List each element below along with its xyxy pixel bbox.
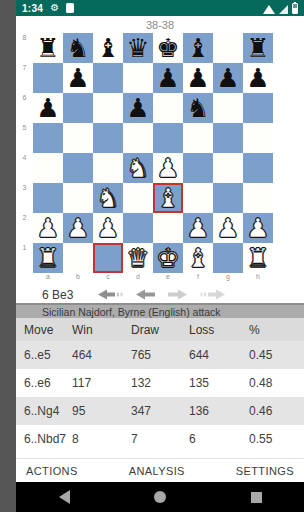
square-h5[interactable]: [243, 123, 273, 153]
table-cell: 6..e6: [16, 376, 64, 390]
square-a1[interactable]: ♜: [33, 243, 63, 273]
black-rook-piece: ♜: [36, 33, 59, 63]
rank-label-3: 3: [16, 183, 33, 213]
wifi-icon: [263, 5, 275, 14]
android-nav-bar: [16, 482, 304, 512]
square-g3[interactable]: [213, 183, 243, 213]
file-label-f: f: [183, 273, 213, 286]
clock-text: 1:34: [22, 3, 43, 14]
square-h7[interactable]: ♟: [243, 63, 273, 93]
white-pawn-piece: ♟: [186, 213, 209, 243]
white-knight-piece: ♞: [126, 153, 149, 183]
rank-label-1: 1: [16, 243, 33, 273]
column-header-loss: Loss: [181, 323, 241, 337]
status-bar-right: [263, 3, 298, 14]
rank-label-8: 8: [16, 33, 33, 63]
square-d1[interactable]: ♛: [123, 243, 153, 273]
black-knight-piece: ♞: [66, 33, 89, 63]
white-pawn-piece: ♟: [36, 213, 59, 243]
table-cell: 7: [123, 432, 181, 446]
square-c4[interactable]: [93, 153, 123, 183]
square-g6[interactable]: [213, 93, 243, 123]
white-pawn-piece: ♟: [216, 213, 239, 243]
square-b1[interactable]: [63, 243, 93, 273]
square-d3[interactable]: [123, 183, 153, 213]
table-cell: 644: [181, 348, 241, 362]
black-pawn-piece: ♟: [66, 63, 89, 93]
file-label-e: e: [153, 273, 183, 286]
last-move-button[interactable]: [200, 289, 225, 300]
square-g7[interactable]: ♟: [213, 63, 243, 93]
square-e7[interactable]: ♟: [153, 63, 183, 93]
table-cell: 765: [123, 348, 181, 362]
stats-header: MoveWinDrawLoss%: [16, 318, 304, 341]
table-cell: 132: [123, 376, 181, 390]
square-e4[interactable]: ♟: [153, 153, 183, 183]
app-bar: 38-38: [16, 16, 304, 33]
previous-move-button[interactable]: [136, 289, 155, 300]
table-row[interactable]: 6..e54647656440.45: [16, 341, 304, 369]
white-bishop-piece: ♝: [156, 183, 179, 213]
move-row: 6 Be3: [16, 286, 304, 303]
square-a8[interactable]: ♜: [33, 33, 63, 63]
white-knight-piece: ♞: [96, 183, 119, 213]
square-a7[interactable]: [33, 63, 63, 93]
square-b4[interactable]: [63, 153, 93, 183]
square-d2[interactable]: [123, 213, 153, 243]
square-a5[interactable]: [33, 123, 63, 153]
square-d5[interactable]: [123, 123, 153, 153]
square-f1[interactable]: ♝: [183, 243, 213, 273]
square-f5[interactable]: [183, 123, 213, 153]
square-h1[interactable]: ♜: [243, 243, 273, 273]
move-navigation: [98, 289, 225, 300]
square-e6[interactable]: [153, 93, 183, 123]
black-pawn-piece: ♟: [246, 63, 269, 93]
table-cell: 0.55: [241, 432, 304, 446]
square-h4[interactable]: [243, 153, 273, 183]
black-bishop-piece: ♝: [96, 33, 119, 63]
table-cell: 117: [64, 376, 123, 390]
file-label-h: h: [243, 273, 273, 286]
square-e2[interactable]: [153, 213, 183, 243]
table-row[interactable]: 6..Nbd78760.55: [16, 425, 304, 453]
home-icon[interactable]: [154, 491, 166, 503]
settings-button[interactable]: SETTINGS: [236, 465, 294, 477]
square-c1[interactable]: [93, 243, 123, 273]
rank-label-4: 4: [16, 153, 33, 183]
next-move-button[interactable]: [168, 289, 187, 300]
square-e8[interactable]: ♚: [153, 33, 183, 63]
square-c8[interactable]: ♝: [93, 33, 123, 63]
square-d6[interactable]: ♟: [123, 93, 153, 123]
stats-rows: 6..e54647656440.456..e61171321350.486..N…: [16, 341, 304, 453]
square-b3[interactable]: [63, 183, 93, 213]
action-bar: ACTIONS ANALYSIS SETTINGS: [16, 458, 304, 482]
signal-icon: [279, 5, 288, 14]
table-cell: 0.46: [241, 404, 304, 418]
square-h2[interactable]: ♟: [243, 213, 273, 243]
battery-icon: [292, 3, 298, 14]
white-king-piece: ♚: [156, 243, 179, 273]
table-row[interactable]: 6..Ng4953471360.46: [16, 397, 304, 425]
table-cell: 6: [181, 432, 241, 446]
black-knight-piece: ♞: [186, 93, 209, 123]
table-cell: 8: [64, 432, 123, 446]
square-c7[interactable]: [93, 63, 123, 93]
table-cell: 464: [64, 348, 123, 362]
square-a4[interactable]: [33, 153, 63, 183]
square-a6[interactable]: ♟: [33, 93, 63, 123]
square-a3[interactable]: [33, 183, 63, 213]
actions-button[interactable]: ACTIONS: [26, 465, 78, 477]
square-f4[interactable]: [183, 153, 213, 183]
file-label-c: c: [93, 273, 123, 286]
square-b8[interactable]: ♞: [63, 33, 93, 63]
black-pawn-piece: ♟: [216, 63, 239, 93]
white-rook-piece: ♜: [36, 243, 59, 273]
black-king-piece: ♚: [156, 33, 179, 63]
white-pawn-piece: ♟: [66, 213, 89, 243]
square-b5[interactable]: [63, 123, 93, 153]
note-icon: [66, 3, 74, 13]
white-pawn-piece: ♟: [246, 213, 269, 243]
square-c2[interactable]: ♟: [93, 213, 123, 243]
file-labels: abcdefgh: [33, 273, 273, 286]
rank-labels: 87654321: [16, 33, 33, 273]
square-b6[interactable]: [63, 93, 93, 123]
square-b2[interactable]: ♟: [63, 213, 93, 243]
status-bar: 1:34 ⚙: [16, 0, 304, 16]
table-cell: 136: [181, 404, 241, 418]
rank-label-6: 6: [16, 93, 33, 123]
square-f6[interactable]: ♞: [183, 93, 213, 123]
black-pawn-piece: ♟: [186, 63, 209, 93]
rank-label-5: 5: [16, 123, 33, 153]
column-header-draw: Draw: [123, 323, 181, 337]
table-cell: 6..e5: [16, 348, 64, 362]
black-bishop-piece: ♝: [186, 33, 209, 63]
chess-board: ♜♞♝♛♚♝♜♟♟♟♟♟♟♟♞♞♟♞♝♟♟♟♟♟♟♜♛♚♝♜: [33, 33, 273, 273]
gear-icon: ⚙: [50, 0, 59, 16]
black-pawn-piece: ♟: [156, 63, 179, 93]
analysis-button[interactable]: ANALYSIS: [129, 465, 185, 477]
square-d8[interactable]: ♛: [123, 33, 153, 63]
black-pawn-piece: ♟: [126, 93, 149, 123]
square-d7[interactable]: [123, 63, 153, 93]
file-label-g: g: [213, 273, 243, 286]
file-label-d: d: [123, 273, 153, 286]
white-bishop-piece: ♝: [186, 243, 209, 273]
first-move-button[interactable]: [98, 289, 123, 300]
table-cell: 6..Nbd7: [16, 432, 64, 446]
square-e5[interactable]: [153, 123, 183, 153]
square-f3[interactable]: [183, 183, 213, 213]
square-g1[interactable]: [213, 243, 243, 273]
square-e1[interactable]: ♚: [153, 243, 183, 273]
file-label-a: a: [33, 273, 63, 286]
black-queen-piece: ♛: [126, 33, 149, 63]
stats-table: MoveWinDrawLoss% 6..e54647656440.456..e6…: [16, 318, 304, 453]
square-c3[interactable]: ♞: [93, 183, 123, 213]
square-a2[interactable]: ♟: [33, 213, 63, 243]
table-cell: 135: [181, 376, 241, 390]
square-f2[interactable]: ♟: [183, 213, 213, 243]
file-label-b: b: [63, 273, 93, 286]
black-rook-piece: ♜: [246, 33, 269, 63]
white-queen-piece: ♛: [126, 243, 149, 273]
column-header-win: Win: [64, 323, 123, 337]
table-cell: 6..Ng4: [16, 404, 64, 418]
square-g5[interactable]: [213, 123, 243, 153]
table-cell: 0.45: [241, 348, 304, 362]
opening-name-text: Sicilian Najdorf, Byrne (English) attack: [42, 306, 221, 318]
white-rook-piece: ♜: [246, 243, 269, 273]
table-cell: 347: [123, 404, 181, 418]
table-row[interactable]: 6..e61171321350.48: [16, 369, 304, 397]
black-pawn-piece: ♟: [36, 93, 59, 123]
rank-label-2: 2: [16, 213, 33, 243]
chess-app-screen: 1:34 ⚙ 38-38 87654321 ♜♞♝♛♚♝♜♟♟♟♟♟♟♟♞♞♟♞…: [16, 0, 304, 512]
square-g2[interactable]: ♟: [213, 213, 243, 243]
current-move-text: 6 Be3: [42, 288, 73, 302]
column-header-move: Move: [16, 323, 64, 337]
square-f7[interactable]: ♟: [183, 63, 213, 93]
square-e3[interactable]: ♝: [153, 183, 183, 213]
square-h3[interactable]: [243, 183, 273, 213]
score-text: 38-38: [146, 19, 174, 31]
recents-icon[interactable]: [251, 492, 262, 503]
square-h8[interactable]: ♜: [243, 33, 273, 63]
opening-bar: Sicilian Najdorf, Byrne (English) attack: [16, 303, 304, 318]
square-f8[interactable]: ♝: [183, 33, 213, 63]
square-h6[interactable]: [243, 93, 273, 123]
square-c6[interactable]: [93, 93, 123, 123]
back-icon[interactable]: [59, 490, 70, 504]
column-header-percent: %: [241, 323, 304, 337]
white-pawn-piece: ♟: [156, 153, 179, 183]
table-cell: 0.48: [241, 376, 304, 390]
square-g4[interactable]: [213, 153, 243, 183]
square-g8[interactable]: [213, 33, 243, 63]
rank-label-7: 7: [16, 63, 33, 93]
table-cell: 95: [64, 404, 123, 418]
square-b7[interactable]: ♟: [63, 63, 93, 93]
square-c5[interactable]: [93, 123, 123, 153]
square-d4[interactable]: ♞: [123, 153, 153, 183]
white-pawn-piece: ♟: [96, 213, 119, 243]
